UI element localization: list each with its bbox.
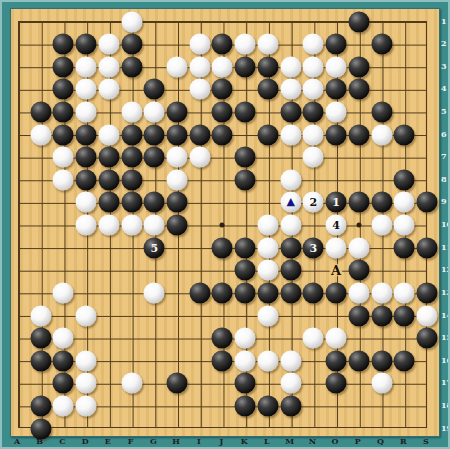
star-point [220,223,225,228]
black-stone-S15[interactable] [416,328,437,349]
white-stone-D4[interactable] [76,79,97,100]
stone-move-number: 1 [332,197,340,208]
white-stone-Q13[interactable] [371,282,392,303]
row-label-3: 3 [441,61,447,71]
row-label-14: 14 [441,310,450,320]
column-label-L: L [264,436,270,446]
black-stone-K12[interactable] [235,260,256,281]
black-stone-O17[interactable] [326,373,347,394]
black-stone-L4[interactable] [257,79,278,100]
black-stone-F2[interactable] [121,34,142,55]
black-stone-R16[interactable] [394,350,415,371]
black-stone-Q9[interactable] [371,192,392,213]
white-stone-C18[interactable] [53,396,74,417]
star-point [356,223,361,228]
row-label-13: 13 [441,287,450,297]
white-stone-G13[interactable] [144,282,165,303]
black-stone-F8[interactable] [121,169,142,190]
white-stone-Q6[interactable] [371,124,392,145]
white-stone-M8[interactable] [280,169,301,190]
white-stone-N4[interactable] [303,79,324,100]
black-stone-L6[interactable] [257,124,278,145]
black-stone-N13[interactable] [303,282,324,303]
black-stone-Q5[interactable] [371,101,392,122]
row-label-18: 18 [441,400,450,410]
column-label-N: N [309,436,316,446]
black-stone-L18[interactable] [257,396,278,417]
black-stone-P9[interactable] [348,192,369,213]
white-stone-B6[interactable] [30,124,51,145]
column-label-Q: Q [377,436,384,446]
white-stone-O11[interactable] [326,237,347,258]
white-stone-M10[interactable] [280,215,301,236]
black-stone-S9[interactable] [416,192,437,213]
triangle-mark-icon: ▲ [286,196,294,207]
white-stone-N3[interactable] [303,56,324,77]
column-label-P: P [355,436,361,446]
black-stone-D8[interactable] [76,169,97,190]
column-label-D: D [82,436,89,446]
white-stone-D17[interactable] [76,373,97,394]
white-stone-M16[interactable] [280,350,301,371]
row-label-19: 19 [441,423,450,433]
row-label-6: 6 [441,129,447,139]
go-diagram: { "game": "go", "board_size": 19, "colum… [0,0,450,449]
column-label-E: E [105,436,111,446]
column-label-S: S [423,436,429,446]
white-stone-L12[interactable] [257,260,278,281]
white-stone-Q17[interactable] [371,373,392,394]
black-stone-C17[interactable] [53,373,74,394]
black-stone-P16[interactable] [348,350,369,371]
white-stone-B14[interactable] [30,305,51,326]
white-stone-P11[interactable] [348,237,369,258]
white-stone-J3[interactable] [212,56,233,77]
white-stone-C8[interactable] [53,169,74,190]
white-stone-E6[interactable] [98,124,119,145]
column-label-R: R [400,436,407,446]
black-stone-J15[interactable] [212,328,233,349]
white-stone-O3[interactable] [326,56,347,77]
black-stone-R6[interactable] [394,124,415,145]
black-stone-K7[interactable] [235,147,256,168]
white-stone-G5[interactable] [144,101,165,122]
row-label-11: 11 [441,242,450,252]
black-stone-O6[interactable] [326,124,347,145]
black-stone-K11[interactable] [235,237,256,258]
black-stone-M12[interactable] [280,260,301,281]
black-stone-S13[interactable] [416,282,437,303]
white-stone-H3[interactable] [167,56,188,77]
row-label-5: 5 [441,106,447,116]
black-stone-R11[interactable] [394,237,415,258]
black-stone-F6[interactable] [121,124,142,145]
black-stone-G7[interactable] [144,147,165,168]
row-label-8: 8 [441,174,447,184]
white-stone-M3[interactable] [280,56,301,77]
white-stone-D16[interactable] [76,350,97,371]
black-stone-Q16[interactable] [371,350,392,371]
white-stone-D5[interactable] [76,101,97,122]
white-stone-N7[interactable] [303,147,324,168]
white-stone-D14[interactable] [76,305,97,326]
white-stone-C7[interactable] [53,147,74,168]
black-stone-M13[interactable] [280,282,301,303]
white-stone-O5[interactable] [326,101,347,122]
black-stone-Q14[interactable] [371,305,392,326]
white-stone-C13[interactable] [53,282,74,303]
white-stone-I2[interactable] [189,34,210,55]
black-stone-H9[interactable] [167,192,188,213]
black-stone-K13[interactable] [235,282,256,303]
column-label-A: A [14,436,20,446]
black-stone-I6[interactable] [189,124,210,145]
black-stone-E8[interactable] [98,169,119,190]
white-stone-K16[interactable] [235,350,256,371]
row-label-7: 7 [441,151,447,161]
column-label-C: C [59,436,65,446]
black-stone-G11[interactable]: 5 [144,237,165,258]
black-stone-B16[interactable] [30,350,51,371]
black-stone-M18[interactable] [280,396,301,417]
white-stone-M17[interactable] [280,373,301,394]
black-stone-B5[interactable] [30,101,51,122]
column-label-J: J [220,436,224,446]
black-stone-C2[interactable] [53,34,74,55]
black-stone-P1[interactable] [348,11,369,32]
black-stone-R14[interactable] [394,305,415,326]
white-stone-K2[interactable] [235,34,256,55]
black-stone-M5[interactable] [280,101,301,122]
white-stone-H7[interactable] [167,147,188,168]
white-stone-R13[interactable] [394,282,415,303]
white-stone-M4[interactable] [280,79,301,100]
black-stone-D7[interactable] [76,147,97,168]
black-stone-P3[interactable] [348,56,369,77]
white-stone-D18[interactable] [76,396,97,417]
black-stone-Q2[interactable] [371,34,392,55]
white-stone-N15[interactable] [303,328,324,349]
white-stone-N2[interactable] [303,34,324,55]
black-stone-C6[interactable] [53,124,74,145]
black-stone-L3[interactable] [257,56,278,77]
black-stone-B18[interactable] [30,396,51,417]
white-stone-I4[interactable] [189,79,210,100]
row-label-16: 16 [441,355,450,365]
black-stone-N11[interactable]: 3 [303,237,324,258]
black-stone-G9[interactable] [144,192,165,213]
white-stone-E2[interactable] [98,34,119,55]
black-stone-M11[interactable] [280,237,301,258]
black-stone-O4[interactable] [326,79,347,100]
black-stone-L13[interactable] [257,282,278,303]
row-label-9: 9 [441,196,447,206]
black-stone-D2[interactable] [76,34,97,55]
black-stone-F3[interactable] [121,56,142,77]
black-stone-D6[interactable] [76,124,97,145]
black-stone-J5[interactable] [212,101,233,122]
white-stone-N9[interactable]: 2 [303,192,324,213]
go-board[interactable]: ▲21453A [10,8,440,437]
white-stone-H8[interactable] [167,169,188,190]
white-stone-M6[interactable] [280,124,301,145]
black-stone-O16[interactable] [326,350,347,371]
black-stone-C16[interactable] [53,350,74,371]
row-label-4: 4 [441,83,447,93]
black-stone-O9[interactable]: 1 [326,192,347,213]
row-label-15: 15 [441,332,450,342]
black-stone-K3[interactable] [235,56,256,77]
black-stone-P4[interactable] [348,79,369,100]
white-stone-N6[interactable] [303,124,324,145]
white-stone-L10[interactable] [257,215,278,236]
black-stone-J6[interactable] [212,124,233,145]
black-stone-S11[interactable] [416,237,437,258]
white-stone-Q10[interactable] [371,215,392,236]
black-stone-R8[interactable] [394,169,415,190]
column-label-B: B [36,436,43,446]
white-stone-L14[interactable] [257,305,278,326]
white-stone-D9[interactable] [76,192,97,213]
white-stone-R9[interactable] [394,192,415,213]
black-stone-P6[interactable] [348,124,369,145]
black-stone-K8[interactable] [235,169,256,190]
white-stone-D3[interactable] [76,56,97,77]
black-stone-J4[interactable] [212,79,233,100]
point-label-A[interactable]: A [329,264,343,277]
stone-move-number: 5 [150,242,158,253]
black-stone-H10[interactable] [167,215,188,236]
black-stone-O13[interactable] [326,282,347,303]
column-label-M: M [285,436,294,446]
black-stone-J11[interactable] [212,237,233,258]
white-stone-S14[interactable] [416,305,437,326]
white-stone-D10[interactable] [76,215,97,236]
white-stone-O10[interactable]: 4 [326,215,347,236]
column-label-I: I [197,436,201,446]
black-stone-K18[interactable] [235,396,256,417]
white-stone-I7[interactable] [189,147,210,168]
black-stone-H5[interactable] [167,101,188,122]
black-stone-J13[interactable] [212,282,233,303]
white-stone-E3[interactable] [98,56,119,77]
black-stone-C3[interactable] [53,56,74,77]
black-stone-J16[interactable] [212,350,233,371]
white-stone-E10[interactable] [98,215,119,236]
black-stone-G6[interactable] [144,124,165,145]
row-label-2: 2 [441,38,447,48]
row-label-1: 1 [441,16,447,26]
black-stone-F9[interactable] [121,192,142,213]
column-label-K: K [241,436,248,446]
black-stone-P14[interactable] [348,305,369,326]
black-stone-O2[interactable] [326,34,347,55]
white-stone-P13[interactable] [348,282,369,303]
white-stone-M9[interactable]: ▲ [280,192,301,213]
column-label-F: F [128,436,134,446]
black-stone-C5[interactable] [53,101,74,122]
white-stone-O15[interactable] [326,328,347,349]
white-stone-L2[interactable] [257,34,278,55]
white-stone-F17[interactable] [121,373,142,394]
black-stone-B15[interactable] [30,328,51,349]
black-stone-K17[interactable] [235,373,256,394]
white-stone-G10[interactable] [144,215,165,236]
column-label-O: O [332,436,339,446]
white-stone-I3[interactable] [189,56,210,77]
stone-move-number: 2 [310,197,318,208]
white-stone-L16[interactable] [257,350,278,371]
row-label-12: 12 [441,264,450,274]
black-stone-H17[interactable] [167,373,188,394]
black-stone-P12[interactable] [348,260,369,281]
row-label-10: 10 [441,219,450,229]
white-stone-F1[interactable] [121,11,142,32]
black-stone-F7[interactable] [121,147,142,168]
white-stone-R10[interactable] [394,215,415,236]
white-stone-L11[interactable] [257,237,278,258]
row-label-17: 17 [441,377,450,387]
column-label-H: H [172,436,180,446]
column-label-G: G [150,436,157,446]
black-stone-N5[interactable] [303,101,324,122]
stone-move-number: 3 [310,242,318,253]
black-stone-J2[interactable] [212,34,233,55]
white-stone-C15[interactable] [53,328,74,349]
stone-move-number: 4 [332,220,340,231]
black-stone-G4[interactable] [144,79,165,100]
black-stone-K5[interactable] [235,101,256,122]
black-stone-E9[interactable] [98,192,119,213]
black-stone-C4[interactable] [53,79,74,100]
white-stone-K15[interactable] [235,328,256,349]
black-stone-I13[interactable] [189,282,210,303]
white-stone-E4[interactable] [98,79,119,100]
white-stone-F5[interactable] [121,101,142,122]
black-stone-E7[interactable] [98,147,119,168]
white-stone-F10[interactable] [121,215,142,236]
black-stone-H6[interactable] [167,124,188,145]
